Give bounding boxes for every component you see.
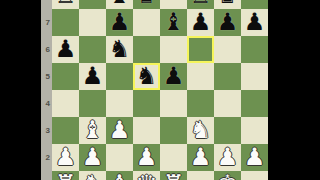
square-b2[interactable]: ♟ — [79, 144, 106, 171]
square-g5[interactable] — [214, 63, 241, 90]
square-d7[interactable] — [133, 9, 160, 36]
square-h1[interactable] — [241, 171, 268, 180]
black-pawn[interactable]: ♟ — [52, 36, 79, 63]
chess-board: ♜♝♛♜♚♟♝♟♟♟♟♞♟♞♟♝♟♞♟♟♟♟♟♟♜♞♝♛♜♚ — [52, 0, 268, 180]
square-a1[interactable]: ♜ — [52, 171, 79, 180]
square-a2[interactable]: ♟ — [52, 144, 79, 171]
square-a3[interactable] — [52, 117, 79, 144]
square-a8[interactable]: ♜ — [52, 0, 79, 9]
black-knight[interactable]: ♞ — [106, 36, 133, 63]
square-h2[interactable]: ♟ — [241, 144, 268, 171]
square-c7[interactable]: ♟ — [106, 9, 133, 36]
black-bishop[interactable]: ♝ — [160, 9, 187, 36]
square-a7[interactable] — [52, 9, 79, 36]
white-rook[interactable]: ♜ — [160, 171, 187, 180]
square-h3[interactable] — [241, 117, 268, 144]
rank-label-7: 7 — [41, 9, 50, 36]
square-d4[interactable] — [133, 90, 160, 117]
black-queen[interactable]: ♛ — [133, 0, 160, 9]
white-pawn[interactable]: ♟ — [241, 144, 268, 171]
rank-label-6: 6 — [41, 36, 50, 63]
white-pawn[interactable]: ♟ — [133, 144, 160, 171]
square-a6[interactable]: ♟ — [52, 36, 79, 63]
square-c6[interactable]: ♞ — [106, 36, 133, 63]
square-c2[interactable] — [106, 144, 133, 171]
black-pawn[interactable]: ♟ — [106, 9, 133, 36]
white-pawn[interactable]: ♟ — [79, 144, 106, 171]
square-e3[interactable] — [160, 117, 187, 144]
white-rook[interactable]: ♜ — [52, 171, 79, 180]
square-e4[interactable] — [160, 90, 187, 117]
black-pawn[interactable]: ♟ — [79, 63, 106, 90]
rank-label-5: 5 — [41, 63, 50, 90]
black-rook[interactable]: ♜ — [52, 0, 79, 9]
rank-label-3: 3 — [41, 117, 50, 144]
white-pawn[interactable]: ♟ — [214, 144, 241, 171]
black-pawn[interactable]: ♟ — [160, 63, 187, 90]
square-f4[interactable] — [187, 90, 214, 117]
square-b1[interactable]: ♞ — [79, 171, 106, 180]
white-pawn[interactable]: ♟ — [52, 144, 79, 171]
rank-label-2: 2 — [41, 144, 50, 171]
white-pawn[interactable]: ♟ — [187, 144, 214, 171]
square-b4[interactable] — [79, 90, 106, 117]
board-stage: 87654321 ♜♝♛♜♚♟♝♟♟♟♟♞♟♞♟♝♟♞♟♟♟♟♟♟♜♞♝♛♜♚ — [0, 0, 320, 180]
square-b5[interactable]: ♟ — [79, 63, 106, 90]
white-bishop[interactable]: ♝ — [79, 117, 106, 144]
square-e6[interactable] — [160, 36, 187, 63]
white-king[interactable]: ♚ — [214, 171, 241, 180]
rank-label-4: 4 — [41, 90, 50, 117]
white-knight[interactable]: ♞ — [187, 117, 214, 144]
black-pawn[interactable]: ♟ — [214, 9, 241, 36]
square-d5[interactable]: ♞ — [133, 63, 160, 90]
square-d8[interactable]: ♛ — [133, 0, 160, 9]
black-pawn[interactable]: ♟ — [187, 9, 214, 36]
square-f1[interactable] — [187, 171, 214, 180]
square-b7[interactable] — [79, 9, 106, 36]
square-g7[interactable]: ♟ — [214, 9, 241, 36]
square-b6[interactable] — [79, 36, 106, 63]
square-c5[interactable] — [106, 63, 133, 90]
square-h6[interactable] — [241, 36, 268, 63]
square-c3[interactable]: ♟ — [106, 117, 133, 144]
square-f3[interactable]: ♞ — [187, 117, 214, 144]
square-f2[interactable]: ♟ — [187, 144, 214, 171]
square-g2[interactable]: ♟ — [214, 144, 241, 171]
square-f5[interactable] — [187, 63, 214, 90]
square-e7[interactable]: ♝ — [160, 9, 187, 36]
square-a4[interactable] — [52, 90, 79, 117]
square-c1[interactable]: ♝ — [106, 171, 133, 180]
square-h7[interactable]: ♟ — [241, 9, 268, 36]
white-knight[interactable]: ♞ — [79, 171, 106, 180]
square-f6[interactable] — [187, 36, 214, 63]
white-pawn[interactable]: ♟ — [106, 117, 133, 144]
square-d2[interactable]: ♟ — [133, 144, 160, 171]
square-h5[interactable] — [241, 63, 268, 90]
white-queen[interactable]: ♛ — [133, 171, 160, 180]
square-b8[interactable] — [79, 0, 106, 9]
black-pawn[interactable]: ♟ — [241, 9, 268, 36]
square-d6[interactable] — [133, 36, 160, 63]
rank-label-8: 8 — [41, 0, 50, 9]
square-g3[interactable] — [214, 117, 241, 144]
square-g4[interactable] — [214, 90, 241, 117]
square-e1[interactable]: ♜ — [160, 171, 187, 180]
rank-label-1: 1 — [41, 171, 50, 180]
square-e5[interactable]: ♟ — [160, 63, 187, 90]
rank-coordinates: 87654321 — [41, 0, 52, 180]
white-bishop[interactable]: ♝ — [106, 171, 133, 180]
square-f7[interactable]: ♟ — [187, 9, 214, 36]
square-e2[interactable] — [160, 144, 187, 171]
black-knight[interactable]: ♞ — [133, 63, 160, 90]
square-d3[interactable] — [133, 117, 160, 144]
square-g6[interactable] — [214, 36, 241, 63]
square-d1[interactable]: ♛ — [133, 171, 160, 180]
square-b3[interactable]: ♝ — [79, 117, 106, 144]
square-h4[interactable] — [241, 90, 268, 117]
square-c4[interactable] — [106, 90, 133, 117]
square-g1[interactable]: ♚ — [214, 171, 241, 180]
square-a5[interactable] — [52, 63, 79, 90]
